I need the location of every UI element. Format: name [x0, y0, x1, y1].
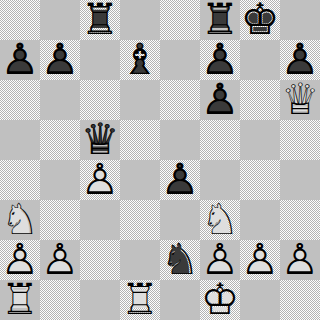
square-a1[interactable]: ♜♖: [0, 280, 40, 320]
white-pawn-icon[interactable]: ♟♙: [40, 240, 80, 280]
piece-outline-glyph: ♙: [200, 80, 240, 120]
square-d6[interactable]: [120, 80, 160, 120]
square-g6[interactable]: [240, 80, 280, 120]
square-d7[interactable]: ♝♗: [120, 40, 160, 80]
square-g2[interactable]: ♟♙: [240, 240, 280, 280]
square-g5[interactable]: [240, 120, 280, 160]
piece-outline-glyph: ♔: [240, 0, 280, 40]
piece-outline-glyph: ♙: [240, 240, 280, 280]
square-b7[interactable]: ♟♙: [40, 40, 80, 80]
square-h4[interactable]: [280, 160, 320, 200]
square-b1[interactable]: [40, 280, 80, 320]
white-rook-icon[interactable]: ♜♖: [0, 280, 40, 320]
square-d5[interactable]: [120, 120, 160, 160]
piece-outline-glyph: ♙: [40, 240, 80, 280]
piece-outline-glyph: ♖: [80, 0, 120, 40]
piece-outline-glyph: ♙: [160, 160, 200, 200]
piece-outline-glyph: ♔: [200, 280, 240, 320]
square-d1[interactable]: ♜♖: [120, 280, 160, 320]
square-f5[interactable]: [200, 120, 240, 160]
piece-outline-glyph: ♙: [40, 40, 80, 80]
square-a7[interactable]: ♟♙: [0, 40, 40, 80]
square-h5[interactable]: [280, 120, 320, 160]
white-queen-icon[interactable]: ♛♕: [280, 80, 320, 120]
white-king-icon[interactable]: ♚♔: [200, 280, 240, 320]
square-e4[interactable]: ♟♙: [160, 160, 200, 200]
square-e1[interactable]: [160, 280, 200, 320]
square-b4[interactable]: [40, 160, 80, 200]
white-pawn-icon[interactable]: ♟♙: [240, 240, 280, 280]
piece-outline-glyph: ♙: [80, 160, 120, 200]
square-c8[interactable]: ♜♖: [80, 0, 120, 40]
square-b5[interactable]: [40, 120, 80, 160]
square-h1[interactable]: [280, 280, 320, 320]
piece-outline-glyph: ♙: [0, 40, 40, 80]
square-f6[interactable]: ♟♙: [200, 80, 240, 120]
square-g7[interactable]: [240, 40, 280, 80]
square-f1[interactable]: ♚♔: [200, 280, 240, 320]
white-rook-icon[interactable]: ♜♖: [120, 280, 160, 320]
piece-outline-glyph: ♖: [120, 280, 160, 320]
square-g4[interactable]: [240, 160, 280, 200]
square-d3[interactable]: [120, 200, 160, 240]
black-bishop-icon[interactable]: ♝♗: [120, 40, 160, 80]
black-pawn-icon[interactable]: ♟♙: [0, 40, 40, 80]
piece-outline-glyph: ♕: [280, 80, 320, 120]
square-c1[interactable]: [80, 280, 120, 320]
square-e6[interactable]: [160, 80, 200, 120]
black-king-icon[interactable]: ♚♔: [240, 0, 280, 40]
square-a5[interactable]: [0, 120, 40, 160]
square-e7[interactable]: [160, 40, 200, 80]
square-g8[interactable]: ♚♔: [240, 0, 280, 40]
square-b2[interactable]: ♟♙: [40, 240, 80, 280]
square-c4[interactable]: ♟♙: [80, 160, 120, 200]
square-c2[interactable]: [80, 240, 120, 280]
piece-outline-glyph: ♖: [0, 280, 40, 320]
square-h2[interactable]: ♟♙: [280, 240, 320, 280]
piece-outline-glyph: ♙: [280, 240, 320, 280]
black-knight-icon[interactable]: ♞♘: [160, 240, 200, 280]
chess-app: ♜♖♜♖♚♔♟♙♟♙♝♗♟♙♟♙♟♙♛♕♛♕♟♙♟♙♞♘♞♘♟♙♟♙♞♘♟♙♟♙…: [0, 0, 320, 320]
square-e2[interactable]: ♞♘: [160, 240, 200, 280]
square-c3[interactable]: [80, 200, 120, 240]
square-b6[interactable]: [40, 80, 80, 120]
white-pawn-icon[interactable]: ♟♙: [280, 240, 320, 280]
chess-board: ♜♖♜♖♚♔♟♙♟♙♝♗♟♙♟♙♟♙♛♕♛♕♟♙♟♙♞♘♞♘♟♙♟♙♞♘♟♙♟♙…: [0, 0, 320, 320]
black-pawn-icon[interactable]: ♟♙: [200, 80, 240, 120]
square-h6[interactable]: ♛♕: [280, 80, 320, 120]
piece-outline-glyph: ♗: [120, 40, 160, 80]
white-pawn-icon[interactable]: ♟♙: [80, 160, 120, 200]
square-a6[interactable]: [0, 80, 40, 120]
black-rook-icon[interactable]: ♜♖: [80, 0, 120, 40]
black-pawn-icon[interactable]: ♟♙: [40, 40, 80, 80]
square-e8[interactable]: [160, 0, 200, 40]
square-c7[interactable]: [80, 40, 120, 80]
black-pawn-icon[interactable]: ♟♙: [160, 160, 200, 200]
square-g1[interactable]: [240, 280, 280, 320]
square-d4[interactable]: [120, 160, 160, 200]
piece-outline-glyph: ♘: [160, 240, 200, 280]
